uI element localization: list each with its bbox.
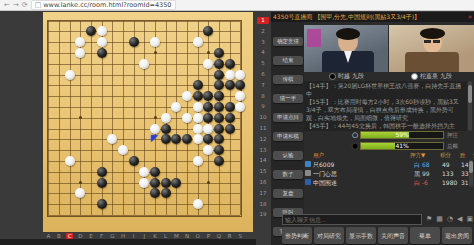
- row-label-16[interactable]: 16: [257, 179, 269, 186]
- clock-icon[interactable]: ◔: [447, 215, 453, 224]
- white-stone-O14: [193, 156, 203, 166]
- url-text[interactable]: www.lanke.cc/room.html?roomId=4350: [43, 1, 171, 9]
- bottom-button-6[interactable]: 退出房间: [442, 227, 472, 244]
- commentary-line: 【14手】：第20届LG杯世界棋王战八强赛，白持先手直播中: [306, 82, 465, 98]
- row-label-3[interactable]: 3: [257, 39, 269, 46]
- row-label-8[interactable]: 8: [257, 93, 269, 100]
- white-stone-O11: [193, 124, 203, 134]
- black-stone-F15: [97, 167, 107, 177]
- black-stone-R9: [225, 102, 235, 112]
- horn-icon[interactable]: ◀: [457, 215, 462, 224]
- cell-tc: 1980: [442, 178, 457, 187]
- side-button-4[interactable]: 猜一手: [273, 94, 303, 103]
- commentary-feed[interactable]: 【14手】：第20届LG杯世界棋王战八强赛，白持先手直播中【15手】：比赛用时每…: [304, 81, 467, 131]
- row-label-4[interactable]: 4: [257, 49, 269, 56]
- cell-tw: 31: [461, 178, 469, 187]
- cell-tu: 中国围迷: [313, 178, 337, 187]
- white-stone-icon: [411, 73, 418, 80]
- white-bet-percent: 59%: [361, 132, 443, 138]
- cell-tu: 只6009: [313, 160, 334, 169]
- cell-ts: 黑 99: [414, 169, 430, 178]
- white-stone-O9: [193, 102, 203, 112]
- black-stone-R10: [225, 113, 235, 123]
- black-stone-Q14: [214, 156, 224, 166]
- white-stone-S9: [235, 102, 245, 112]
- tournament-sign: [307, 29, 321, 47]
- cell-ts: 白 -6: [414, 178, 428, 187]
- white-stone-S8: [235, 91, 245, 101]
- white-stone-P5: [203, 59, 213, 69]
- white-stone-L10: [161, 113, 171, 123]
- white-stone-R6: [225, 70, 235, 80]
- player-names-row: 时越 九段 柁嘉熹 九段: [304, 72, 474, 81]
- row-label-9[interactable]: 9: [257, 103, 269, 110]
- side-button-2[interactable]: 结束: [273, 56, 303, 65]
- bottom-button-3[interactable]: 显示手数: [346, 227, 376, 244]
- cell-tw: 14: [461, 160, 469, 169]
- row-label-1[interactable]: 1: [257, 17, 269, 24]
- black-stone-L12: [161, 134, 171, 144]
- black-stone-K15: [150, 167, 160, 177]
- black-stone-L16: [161, 178, 171, 188]
- black-stone-Q6: [214, 70, 224, 80]
- black-stone-F16: [97, 178, 107, 188]
- white-bet-bar: 59%: [360, 131, 444, 139]
- page-icon: □: [35, 1, 42, 10]
- avatar: [305, 170, 311, 176]
- player-hair: [420, 28, 445, 39]
- row-label-14[interactable]: 14: [257, 157, 269, 164]
- black-stone-F4: [97, 48, 107, 58]
- black-stone-Q5: [214, 59, 224, 69]
- flag-icon[interactable]: ⚑: [426, 215, 432, 224]
- grid-icon[interactable]: ▦: [436, 215, 443, 224]
- black-stone-F18: [97, 199, 107, 209]
- row-label-13[interactable]: 13: [257, 147, 269, 154]
- black-stone-Q10: [214, 113, 224, 123]
- chat-toolbar-icons: ⚑▦◔◀▣: [426, 214, 473, 225]
- side-button-column: 确定竞猜结束传棋猜一手申请点目申请和棋认输数子复盘呼叫管理员关闭全屏: [271, 22, 304, 245]
- lanke-go-room-page: ← → ⟳ □ www.lanke.cc/room.html?roomId=43…: [0, 0, 474, 245]
- bottom-button-4[interactable]: 关闭声音: [378, 227, 408, 244]
- side-button-6[interactable]: 申请和棋: [273, 132, 303, 141]
- player-shirt: [344, 51, 352, 63]
- side-button-8[interactable]: 数子: [273, 170, 303, 179]
- white-stone-icon: ○: [352, 131, 358, 139]
- bet-label-bottom[interactable]: 总额: [447, 143, 458, 150]
- page-bottom-strip: [0, 239, 256, 245]
- white-stone-J5: [139, 59, 149, 69]
- row-label-5[interactable]: 5: [257, 60, 269, 67]
- bottom-button-5[interactable]: 菜单: [410, 227, 440, 244]
- black-stone-P10: [203, 113, 213, 123]
- row-label-19[interactable]: 19: [257, 211, 269, 218]
- glasses-icon: [424, 40, 431, 43]
- black-stone-O8: [193, 91, 203, 101]
- player-hair: [336, 28, 360, 40]
- white-stone-O10: [193, 113, 203, 123]
- row-label-2[interactable]: 2: [257, 28, 269, 35]
- white-stone-C14: [65, 156, 75, 166]
- row-label-12[interactable]: 12: [257, 136, 269, 143]
- star-point: [154, 116, 157, 119]
- bet-table-headers: 用户 押方▼ 积分 胜 负: [304, 152, 474, 160]
- white-stone-F3: [97, 37, 107, 47]
- white-stone-J15: [139, 167, 149, 177]
- game-info-panel: 4350号直播间 【围甲,分先,中国规则(黑贴3又3/4子)】 » 确定竞猜结束…: [271, 12, 474, 245]
- chat-input[interactable]: [282, 214, 422, 225]
- cell-tw: 33: [461, 169, 469, 178]
- side-button-5[interactable]: 申请点目: [273, 113, 303, 122]
- white-stone-O3: [193, 37, 203, 47]
- trash-icon[interactable]: ▣: [466, 215, 473, 224]
- black-stone-Q9: [214, 102, 224, 112]
- white-stone-J16: [139, 178, 149, 188]
- white-stone-S6: [235, 70, 245, 80]
- black-stone-R11: [225, 124, 235, 134]
- commentary-line: 【15手】：比赛用时每方2小时，3次60秒读秒，黑贴3又3/4子，双方布局谨慎，…: [306, 98, 465, 122]
- commentary-scrollbar[interactable]: [468, 81, 472, 131]
- star-point: [79, 181, 82, 184]
- white-stone-N10: [182, 113, 192, 123]
- black-stone-O7: [193, 80, 203, 90]
- star-point: [207, 181, 210, 184]
- side-button-9[interactable]: 复盘: [273, 189, 303, 198]
- side-button-7[interactable]: 认输: [273, 151, 303, 160]
- sort-column-header[interactable]: 押方▼: [410, 152, 425, 159]
- black-bet-bar-row: ● 41% 总额: [304, 141, 474, 151]
- white-stone-O18: [193, 199, 203, 209]
- room-title: 4350号直播间 【围甲,分先,中国规则(黑贴3又3/4子)】: [271, 13, 466, 22]
- cell-tc: 49: [442, 160, 450, 169]
- bet-table-row[interactable]: 一门心思黑 991333321: [304, 169, 474, 178]
- row-label-15[interactable]: 15: [257, 168, 269, 175]
- row-label-7[interactable]: 7: [257, 82, 269, 89]
- row-label-10[interactable]: 10: [257, 114, 269, 121]
- player-left-name: 时越 九段: [304, 72, 389, 81]
- black-stone-Q4: [214, 48, 224, 58]
- cell-tc: 133: [442, 169, 453, 178]
- room-title-bar: 4350号直播间 【围甲,分先,中国规则(黑贴3又3/4子)】 »: [271, 12, 474, 22]
- black-stone-L11: [161, 124, 171, 134]
- player-photo-right: [389, 25, 474, 72]
- black-bet-percent: 41%: [361, 143, 443, 149]
- bet-label-top[interactable]: 押注: [447, 132, 458, 139]
- row-label-11[interactable]: 11: [257, 125, 269, 132]
- bottom-button-2[interactable]: 对局研究: [314, 227, 344, 244]
- last-move-marker: ◤: [151, 134, 158, 143]
- player-jacket: [405, 52, 459, 72]
- row-label-6[interactable]: 6: [257, 71, 269, 78]
- black-stone-icon: ●: [352, 142, 358, 150]
- black-stone-icon: [329, 73, 336, 80]
- player-right-name: 柁嘉熹 九段: [389, 72, 474, 81]
- side-button-3[interactable]: 传棋: [273, 75, 303, 84]
- white-stone-O12: [193, 134, 203, 144]
- bet-table-row[interactable]: 中国围迷白 -619803168: [304, 178, 474, 187]
- black-stone-Q11: [214, 124, 224, 134]
- black-stone-S7: [235, 80, 245, 90]
- black-stone-M16: [171, 178, 181, 188]
- black-stone-L17: [161, 188, 171, 198]
- white-bet-bar-row: ○ 59% 押注: [304, 130, 474, 140]
- url-box[interactable]: □ www.lanke.cc/room.html?roomId=4350: [31, 0, 176, 10]
- player-photo-left: [304, 25, 388, 72]
- black-stone-I3: [129, 37, 139, 47]
- white-stone-P11: [203, 124, 213, 134]
- browser-address-bar: ← → ⟳ □ www.lanke.cc/room.html?roomId=43…: [0, 0, 474, 11]
- black-bet-bar: 41%: [360, 142, 444, 150]
- black-stone-R7: [225, 80, 235, 90]
- cell-ts: 白 68: [414, 160, 430, 169]
- back-icon[interactable]: ←: [4, 1, 10, 10]
- title-expand-arrow[interactable]: »: [466, 13, 474, 21]
- forward-icon[interactable]: →: [13, 1, 19, 10]
- refresh-icon[interactable]: ⟳: [22, 1, 28, 10]
- avatar: [305, 179, 311, 185]
- table-scrollbar[interactable]: [469, 160, 473, 187]
- bottom-button-1[interactable]: 形势判断: [282, 227, 312, 244]
- row-label-18[interactable]: 18: [257, 201, 269, 208]
- go-board[interactable]: ◤: [43, 12, 253, 232]
- black-stone-K16: [150, 178, 160, 188]
- bet-table-row[interactable]: 只6009白 6849147: [304, 160, 474, 169]
- white-stone-F2: [97, 26, 107, 36]
- black-stone-R5: [225, 59, 235, 69]
- white-stone-K11: [150, 124, 160, 134]
- row-label-17[interactable]: 17: [257, 190, 269, 197]
- avatar: [305, 161, 311, 167]
- side-button-1[interactable]: 确定竞猜: [273, 37, 303, 46]
- glasses-icon: [433, 40, 440, 43]
- white-stone-C6: [65, 70, 75, 80]
- cell-tu: 一门心思: [313, 169, 337, 178]
- black-stone-I14: [129, 156, 139, 166]
- star-point: [79, 116, 82, 119]
